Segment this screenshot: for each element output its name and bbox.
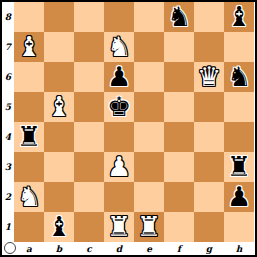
square-h3[interactable]: ♜ xyxy=(224,152,254,182)
square-c8[interactable] xyxy=(74,2,104,32)
file-label-d: d xyxy=(104,243,134,255)
square-b7[interactable] xyxy=(44,32,74,62)
square-f4[interactable] xyxy=(164,122,194,152)
black-knight-piece[interactable]: ♞ xyxy=(167,2,191,32)
rank-label-3: 3 xyxy=(2,152,14,182)
chess-board: ♞♝♝♞♟♛♞♝♚♜♟♜♞♟♝♜♜ xyxy=(14,2,254,242)
square-e6[interactable] xyxy=(134,62,164,92)
square-c3[interactable] xyxy=(74,152,104,182)
black-knight-piece[interactable]: ♞ xyxy=(227,62,251,92)
square-a5[interactable] xyxy=(14,92,44,122)
square-g8[interactable] xyxy=(194,2,224,32)
square-c4[interactable] xyxy=(74,122,104,152)
square-a4[interactable]: ♜ xyxy=(14,122,44,152)
file-label-a: a xyxy=(14,243,44,255)
white-knight-piece[interactable]: ♞ xyxy=(107,32,131,62)
square-e2[interactable] xyxy=(134,182,164,212)
file-label-h: h xyxy=(224,243,254,255)
file-label-b: b xyxy=(44,243,74,255)
square-f8[interactable]: ♞ xyxy=(164,2,194,32)
black-pawn-piece[interactable]: ♟ xyxy=(227,182,251,212)
rank-label-6: 6 xyxy=(2,62,14,92)
square-b1[interactable]: ♝ xyxy=(44,212,74,242)
square-h4[interactable] xyxy=(224,122,254,152)
square-h2[interactable]: ♟ xyxy=(224,182,254,212)
square-f6[interactable] xyxy=(164,62,194,92)
white-queen-piece[interactable]: ♛ xyxy=(197,62,221,92)
square-d8[interactable] xyxy=(104,2,134,32)
square-d5[interactable]: ♚ xyxy=(104,92,134,122)
square-e5[interactable] xyxy=(134,92,164,122)
square-g4[interactable] xyxy=(194,122,224,152)
square-c7[interactable] xyxy=(74,32,104,62)
square-g6[interactable]: ♛ xyxy=(194,62,224,92)
square-a1[interactable] xyxy=(14,212,44,242)
square-a2[interactable]: ♞ xyxy=(14,182,44,212)
square-d1[interactable]: ♜ xyxy=(104,212,134,242)
black-king-piece[interactable]: ♚ xyxy=(107,92,131,122)
square-a8[interactable] xyxy=(14,2,44,32)
rank-label-4: 4 xyxy=(2,122,14,152)
square-h1[interactable] xyxy=(224,212,254,242)
square-d3[interactable]: ♟ xyxy=(104,152,134,182)
square-f1[interactable] xyxy=(164,212,194,242)
square-b3[interactable] xyxy=(44,152,74,182)
rank-label-5: 5 xyxy=(2,92,14,122)
file-label-f: f xyxy=(164,243,194,255)
square-h7[interactable] xyxy=(224,32,254,62)
square-e7[interactable] xyxy=(134,32,164,62)
square-b6[interactable] xyxy=(44,62,74,92)
square-d6[interactable]: ♟ xyxy=(104,62,134,92)
square-a7[interactable]: ♝ xyxy=(14,32,44,62)
square-f2[interactable] xyxy=(164,182,194,212)
square-h5[interactable] xyxy=(224,92,254,122)
square-g7[interactable] xyxy=(194,32,224,62)
square-f5[interactable] xyxy=(164,92,194,122)
square-f7[interactable] xyxy=(164,32,194,62)
square-g1[interactable] xyxy=(194,212,224,242)
square-d4[interactable] xyxy=(104,122,134,152)
file-label-e: e xyxy=(134,243,164,255)
file-label-g: g xyxy=(194,243,224,255)
rank-label-7: 7 xyxy=(2,32,14,62)
chess-diagram: ♞♝♝♞♟♛♞♝♚♜♟♜♞♟♝♜♜ 87654321abcdefgh xyxy=(0,0,257,257)
square-h8[interactable]: ♝ xyxy=(224,2,254,32)
square-c6[interactable] xyxy=(74,62,104,92)
square-h6[interactable]: ♞ xyxy=(224,62,254,92)
square-d2[interactable] xyxy=(104,182,134,212)
square-g3[interactable] xyxy=(194,152,224,182)
rank-label-8: 8 xyxy=(2,2,14,32)
square-a3[interactable] xyxy=(14,152,44,182)
black-pawn-piece[interactable]: ♟ xyxy=(107,62,131,92)
square-a6[interactable] xyxy=(14,62,44,92)
white-bishop-piece[interactable]: ♝ xyxy=(17,32,41,62)
square-b5[interactable]: ♝ xyxy=(44,92,74,122)
file-label-c: c xyxy=(74,243,104,255)
square-e8[interactable] xyxy=(134,2,164,32)
square-b8[interactable] xyxy=(44,2,74,32)
rank-label-1: 1 xyxy=(2,212,14,242)
square-b2[interactable] xyxy=(44,182,74,212)
square-e4[interactable] xyxy=(134,122,164,152)
white-bishop-piece[interactable]: ♝ xyxy=(47,92,71,122)
white-rook-piece[interactable]: ♜ xyxy=(137,212,161,242)
black-bishop-piece[interactable]: ♝ xyxy=(47,212,71,242)
square-b4[interactable] xyxy=(44,122,74,152)
white-rook-piece[interactable]: ♜ xyxy=(107,212,131,242)
square-c1[interactable] xyxy=(74,212,104,242)
rank-label-2: 2 xyxy=(2,182,14,212)
white-knight-piece[interactable]: ♞ xyxy=(17,182,41,212)
square-g5[interactable] xyxy=(194,92,224,122)
square-c2[interactable] xyxy=(74,182,104,212)
square-f3[interactable] xyxy=(164,152,194,182)
square-e1[interactable]: ♜ xyxy=(134,212,164,242)
white-pawn-piece[interactable]: ♟ xyxy=(107,152,131,182)
square-c5[interactable] xyxy=(74,92,104,122)
square-g2[interactable] xyxy=(194,182,224,212)
square-d7[interactable]: ♞ xyxy=(104,32,134,62)
square-e3[interactable] xyxy=(134,152,164,182)
black-rook-piece[interactable]: ♜ xyxy=(227,152,251,182)
black-bishop-piece[interactable]: ♝ xyxy=(227,2,251,32)
black-rook-piece[interactable]: ♜ xyxy=(17,122,41,152)
